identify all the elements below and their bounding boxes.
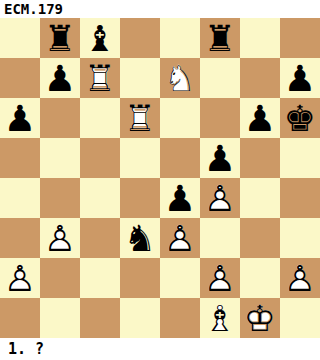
square-h6[interactable]: ♚	[280, 98, 320, 138]
square-a7[interactable]	[0, 58, 40, 98]
white-king: ♚♔	[240, 298, 280, 338]
square-e3[interactable]: ♟♙	[160, 218, 200, 258]
square-a1[interactable]	[0, 298, 40, 338]
square-b5[interactable]	[40, 138, 80, 178]
square-h4[interactable]	[280, 178, 320, 218]
white-pawn: ♟♙	[200, 178, 240, 218]
square-e7[interactable]: ♞♘	[160, 58, 200, 98]
square-c6[interactable]	[80, 98, 120, 138]
square-g1[interactable]: ♚♔	[240, 298, 280, 338]
square-d6[interactable]: ♜♖	[120, 98, 160, 138]
square-h3[interactable]	[280, 218, 320, 258]
black-pawn: ♟	[280, 58, 320, 98]
square-c2[interactable]	[80, 258, 120, 298]
square-h2[interactable]: ♟♙	[280, 258, 320, 298]
black-pawn: ♟	[240, 98, 280, 138]
square-f4[interactable]: ♟♙	[200, 178, 240, 218]
move-prompt: 1. ?	[8, 338, 44, 360]
white-pawn: ♟♙	[160, 218, 200, 258]
square-c7[interactable]: ♜♖	[80, 58, 120, 98]
square-a8[interactable]	[0, 18, 40, 58]
square-e5[interactable]	[160, 138, 200, 178]
square-d8[interactable]	[120, 18, 160, 58]
black-pawn: ♟	[40, 58, 80, 98]
square-f7[interactable]	[200, 58, 240, 98]
white-pawn: ♟♙	[0, 258, 40, 298]
square-c8[interactable]: ♝	[80, 18, 120, 58]
square-f1[interactable]: ♝♗	[200, 298, 240, 338]
square-f8[interactable]: ♜	[200, 18, 240, 58]
chess-board: ♜♝♜♟♜♖♞♘♟♟♜♖♟♚♟♟♟♙♟♙♞♟♙♟♙♟♙♟♙♝♗♚♔	[0, 18, 320, 338]
black-pawn: ♟	[200, 138, 240, 178]
square-b3[interactable]: ♟♙	[40, 218, 80, 258]
square-d7[interactable]	[120, 58, 160, 98]
square-g3[interactable]	[240, 218, 280, 258]
black-king: ♚	[280, 98, 320, 138]
square-e4[interactable]: ♟	[160, 178, 200, 218]
square-c5[interactable]	[80, 138, 120, 178]
square-g2[interactable]	[240, 258, 280, 298]
square-g4[interactable]	[240, 178, 280, 218]
black-bishop: ♝	[80, 18, 120, 58]
square-h5[interactable]	[280, 138, 320, 178]
white-pawn: ♟♙	[280, 258, 320, 298]
square-g8[interactable]	[240, 18, 280, 58]
white-bishop: ♝♗	[200, 298, 240, 338]
square-d3[interactable]: ♞	[120, 218, 160, 258]
square-b8[interactable]: ♜	[40, 18, 80, 58]
square-f5[interactable]: ♟	[200, 138, 240, 178]
square-c4[interactable]	[80, 178, 120, 218]
square-d4[interactable]	[120, 178, 160, 218]
square-a3[interactable]	[0, 218, 40, 258]
square-c3[interactable]	[80, 218, 120, 258]
square-e6[interactable]	[160, 98, 200, 138]
square-f3[interactable]	[200, 218, 240, 258]
square-d1[interactable]	[120, 298, 160, 338]
black-pawn: ♟	[0, 98, 40, 138]
square-b1[interactable]	[40, 298, 80, 338]
white-pawn: ♟♙	[200, 258, 240, 298]
square-b6[interactable]	[40, 98, 80, 138]
black-rook: ♜	[40, 18, 80, 58]
square-b2[interactable]	[40, 258, 80, 298]
square-h8[interactable]	[280, 18, 320, 58]
white-knight: ♞♘	[160, 58, 200, 98]
black-pawn: ♟	[160, 178, 200, 218]
square-d5[interactable]	[120, 138, 160, 178]
black-knight: ♞	[120, 218, 160, 258]
square-h7[interactable]: ♟	[280, 58, 320, 98]
square-b7[interactable]: ♟	[40, 58, 80, 98]
square-a6[interactable]: ♟	[0, 98, 40, 138]
square-f6[interactable]	[200, 98, 240, 138]
square-e1[interactable]	[160, 298, 200, 338]
title-bar: ECM.179	[0, 0, 320, 18]
square-a4[interactable]	[0, 178, 40, 218]
white-rook: ♜♖	[80, 58, 120, 98]
page-title: ECM.179	[4, 0, 63, 18]
square-f2[interactable]: ♟♙	[200, 258, 240, 298]
square-a5[interactable]	[0, 138, 40, 178]
black-rook: ♜	[200, 18, 240, 58]
square-e2[interactable]	[160, 258, 200, 298]
square-b4[interactable]	[40, 178, 80, 218]
square-h1[interactable]	[280, 298, 320, 338]
square-e8[interactable]	[160, 18, 200, 58]
square-d2[interactable]	[120, 258, 160, 298]
white-pawn: ♟♙	[40, 218, 80, 258]
square-c1[interactable]	[80, 298, 120, 338]
white-rook: ♜♖	[120, 98, 160, 138]
square-a2[interactable]: ♟♙	[0, 258, 40, 298]
square-g6[interactable]: ♟	[240, 98, 280, 138]
square-g7[interactable]	[240, 58, 280, 98]
square-g5[interactable]	[240, 138, 280, 178]
status-bar: 1. ?	[0, 338, 320, 360]
